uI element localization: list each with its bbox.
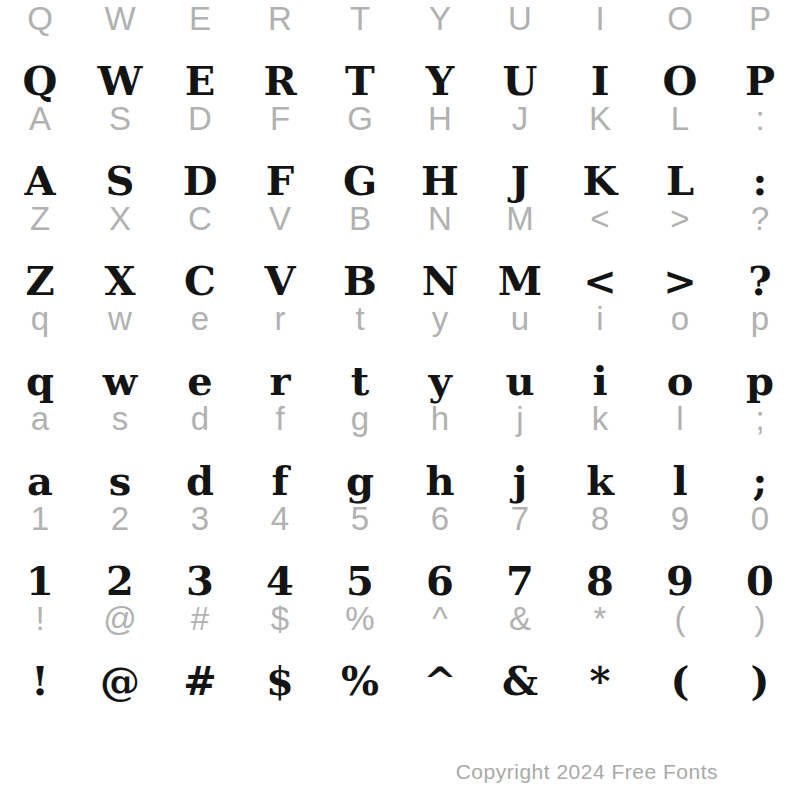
key-row-group-6: !@#$%^&*()!@#$%^&*() xyxy=(0,600,800,700)
reference-glyph-5-7: 8 xyxy=(560,502,640,536)
reference-glyph-0-5: Y xyxy=(400,2,480,36)
reference-glyph-1-9: : xyxy=(720,102,800,136)
specimen-row-2: ZXCVBNM<>? xyxy=(0,261,800,301)
reference-glyph-0-2: E xyxy=(160,2,240,36)
reference-row-4: asdfghjkl; xyxy=(0,402,800,436)
reference-glyph-0-1: W xyxy=(80,2,160,36)
reference-glyph-6-6: & xyxy=(480,602,560,636)
reference-glyph-2-8: > xyxy=(640,202,720,236)
reference-glyph-6-2: # xyxy=(160,602,240,636)
specimen-glyph-0-2: E xyxy=(160,61,240,101)
specimen-glyph-0-0: Q xyxy=(0,61,80,101)
specimen-glyph-0-8: O xyxy=(640,61,720,101)
reference-glyph-1-8: L xyxy=(640,102,720,136)
reference-glyph-0-7: I xyxy=(560,2,640,36)
specimen-glyph-6-3: $ xyxy=(240,661,320,701)
specimen-glyph-5-1: 2 xyxy=(80,561,160,601)
specimen-glyph-4-7: k xyxy=(560,461,640,501)
specimen-glyph-4-1: s xyxy=(80,461,160,501)
reference-glyph-1-5: H xyxy=(400,102,480,136)
specimen-glyph-4-4: g xyxy=(320,461,400,501)
reference-glyph-5-2: 3 xyxy=(160,502,240,536)
reference-glyph-0-4: T xyxy=(320,2,400,36)
reference-glyph-2-5: N xyxy=(400,202,480,236)
specimen-glyph-3-6: u xyxy=(480,361,560,401)
specimen-glyph-2-5: N xyxy=(400,261,480,301)
specimen-glyph-2-9: ? xyxy=(720,261,800,301)
reference-glyph-5-1: 2 xyxy=(80,502,160,536)
reference-glyph-6-3: $ xyxy=(240,602,320,636)
specimen-glyph-1-1: S xyxy=(80,161,160,201)
key-row-group-2: ZXCVBNM<>?ZXCVBNM<>? xyxy=(0,200,800,300)
specimen-glyph-1-9: : xyxy=(720,161,800,201)
specimen-glyph-1-3: F xyxy=(240,161,320,201)
reference-glyph-4-2: d xyxy=(160,402,240,436)
reference-glyph-1-2: D xyxy=(160,102,240,136)
specimen-glyph-6-5: ^ xyxy=(400,661,480,701)
character-map-grid: QWERTYUIOPQWERTYUIOPASDFGHJKL:ASDFGHJKL:… xyxy=(0,0,800,700)
reference-glyph-3-0: q xyxy=(0,302,80,336)
specimen-glyph-3-4: t xyxy=(320,361,400,401)
specimen-glyph-0-9: P xyxy=(720,61,800,101)
specimen-glyph-2-6: M xyxy=(480,261,560,301)
reference-glyph-1-3: F xyxy=(240,102,320,136)
specimen-glyph-3-5: y xyxy=(400,361,480,401)
specimen-glyph-4-8: l xyxy=(640,461,720,501)
specimen-glyph-5-0: 1 xyxy=(0,561,80,601)
specimen-glyph-0-6: U xyxy=(480,61,560,101)
specimen-glyph-5-6: 7 xyxy=(480,561,560,601)
reference-glyph-3-3: r xyxy=(240,302,320,336)
reference-glyph-5-9: 0 xyxy=(720,502,800,536)
specimen-glyph-6-7: * xyxy=(560,661,640,701)
reference-glyph-4-1: s xyxy=(80,402,160,436)
reference-glyph-5-6: 7 xyxy=(480,502,560,536)
reference-glyph-5-3: 4 xyxy=(240,502,320,536)
reference-glyph-6-7: * xyxy=(560,602,640,636)
reference-row-3: qwertyuiop xyxy=(0,302,800,336)
reference-glyph-3-7: i xyxy=(560,302,640,336)
specimen-glyph-2-2: C xyxy=(160,261,240,301)
font-specimen-page: QWERTYUIOPQWERTYUIOPASDFGHJKL:ASDFGHJKL:… xyxy=(0,0,800,800)
specimen-glyph-5-3: 4 xyxy=(240,561,320,601)
reference-row-6: !@#$%^&*() xyxy=(0,602,800,636)
reference-glyph-4-6: j xyxy=(480,402,560,436)
specimen-glyph-0-3: R xyxy=(240,61,320,101)
reference-glyph-0-3: R xyxy=(240,2,320,36)
reference-glyph-1-0: A xyxy=(0,102,80,136)
specimen-row-4: asdfghjkl; xyxy=(0,461,800,501)
reference-glyph-0-9: P xyxy=(720,2,800,36)
specimen-glyph-6-8: ( xyxy=(640,661,720,701)
reference-glyph-4-7: k xyxy=(560,402,640,436)
specimen-glyph-1-7: K xyxy=(560,161,640,201)
reference-glyph-3-9: p xyxy=(720,302,800,336)
reference-glyph-6-8: ( xyxy=(640,602,720,636)
reference-row-1: ASDFGHJKL: xyxy=(0,102,800,136)
reference-glyph-0-0: Q xyxy=(0,2,80,36)
reference-glyph-3-8: o xyxy=(640,302,720,336)
reference-glyph-2-2: C xyxy=(160,202,240,236)
specimen-glyph-1-5: H xyxy=(400,161,480,201)
specimen-glyph-1-4: G xyxy=(320,161,400,201)
reference-row-5: 1234567890 xyxy=(0,502,800,536)
specimen-glyph-3-1: w xyxy=(80,361,160,401)
specimen-glyph-4-6: j xyxy=(480,461,560,501)
reference-glyph-1-4: G xyxy=(320,102,400,136)
specimen-glyph-2-3: V xyxy=(240,261,320,301)
reference-glyph-2-0: Z xyxy=(0,202,80,236)
specimen-glyph-5-2: 3 xyxy=(160,561,240,601)
key-row-group-3: qwertyuiopqwertyuiop xyxy=(0,300,800,400)
specimen-glyph-0-5: Y xyxy=(400,61,480,101)
specimen-glyph-1-6: J xyxy=(480,161,560,201)
specimen-glyph-6-9: ) xyxy=(720,661,800,701)
specimen-glyph-3-9: p xyxy=(720,361,800,401)
reference-glyph-2-1: X xyxy=(80,202,160,236)
key-row-group-5: 12345678901234567890 xyxy=(0,500,800,600)
specimen-glyph-2-8: > xyxy=(640,261,720,301)
specimen-glyph-5-9: 0 xyxy=(720,561,800,601)
reference-glyph-6-1: @ xyxy=(80,602,160,636)
specimen-row-0: QWERTYUIOP xyxy=(0,61,800,101)
specimen-glyph-3-0: q xyxy=(0,361,80,401)
reference-glyph-1-1: S xyxy=(80,102,160,136)
specimen-glyph-0-1: W xyxy=(80,61,160,101)
specimen-glyph-6-1: @ xyxy=(80,661,160,701)
reference-glyph-4-3: f xyxy=(240,402,320,436)
specimen-glyph-5-5: 6 xyxy=(400,561,480,601)
reference-glyph-4-5: h xyxy=(400,402,480,436)
specimen-row-1: ASDFGHJKL: xyxy=(0,161,800,201)
reference-glyph-4-8: l xyxy=(640,402,720,436)
specimen-glyph-1-8: L xyxy=(640,161,720,201)
reference-glyph-3-2: e xyxy=(160,302,240,336)
specimen-glyph-1-2: D xyxy=(160,161,240,201)
specimen-glyph-6-6: & xyxy=(480,661,560,701)
reference-glyph-6-5: ^ xyxy=(400,602,480,636)
reference-glyph-5-0: 1 xyxy=(0,502,80,536)
specimen-glyph-2-0: Z xyxy=(0,261,80,301)
specimen-glyph-0-7: I xyxy=(560,61,640,101)
reference-glyph-2-3: V xyxy=(240,202,320,236)
specimen-glyph-5-4: 5 xyxy=(320,561,400,601)
specimen-glyph-6-4: % xyxy=(320,661,400,701)
specimen-glyph-4-5: h xyxy=(400,461,480,501)
reference-glyph-1-7: K xyxy=(560,102,640,136)
reference-glyph-5-4: 5 xyxy=(320,502,400,536)
specimen-row-6: !@#$%^&*() xyxy=(0,661,800,701)
reference-glyph-2-6: M xyxy=(480,202,560,236)
reference-glyph-0-6: U xyxy=(480,2,560,36)
specimen-glyph-4-0: a xyxy=(0,461,80,501)
reference-glyph-4-4: g xyxy=(320,402,400,436)
reference-glyph-2-7: < xyxy=(560,202,640,236)
reference-glyph-2-4: B xyxy=(320,202,400,236)
reference-glyph-3-6: u xyxy=(480,302,560,336)
specimen-glyph-3-7: i xyxy=(560,361,640,401)
specimen-glyph-2-1: X xyxy=(80,261,160,301)
specimen-glyph-3-2: e xyxy=(160,361,240,401)
specimen-glyph-4-9: ; xyxy=(720,461,800,501)
specimen-glyph-2-4: B xyxy=(320,261,400,301)
specimen-glyph-3-8: o xyxy=(640,361,720,401)
reference-glyph-4-0: a xyxy=(0,402,80,436)
specimen-glyph-5-7: 8 xyxy=(560,561,640,601)
reference-glyph-2-9: ? xyxy=(720,202,800,236)
key-row-group-4: asdfghjkl;asdfghjkl; xyxy=(0,400,800,500)
reference-glyph-6-9: ) xyxy=(720,602,800,636)
reference-glyph-5-5: 6 xyxy=(400,502,480,536)
specimen-glyph-3-3: r xyxy=(240,361,320,401)
reference-glyph-3-1: w xyxy=(80,302,160,336)
key-row-group-1: ASDFGHJKL:ASDFGHJKL: xyxy=(0,100,800,200)
copyright-text: Copyright 2024 Free Fonts xyxy=(456,759,718,785)
reference-glyph-6-0: ! xyxy=(0,602,80,636)
reference-row-0: QWERTYUIOP xyxy=(0,2,800,36)
specimen-glyph-4-3: f xyxy=(240,461,320,501)
reference-glyph-1-6: J xyxy=(480,102,560,136)
specimen-glyph-0-4: T xyxy=(320,61,400,101)
reference-row-2: ZXCVBNM<>? xyxy=(0,202,800,236)
reference-glyph-3-4: t xyxy=(320,302,400,336)
specimen-glyph-1-0: A xyxy=(0,161,80,201)
specimen-glyph-2-7: < xyxy=(560,261,640,301)
specimen-glyph-6-2: # xyxy=(160,661,240,701)
specimen-glyph-5-8: 9 xyxy=(640,561,720,601)
specimen-row-3: qwertyuiop xyxy=(0,361,800,401)
specimen-glyph-6-0: ! xyxy=(0,661,80,701)
reference-glyph-4-9: ; xyxy=(720,402,800,436)
specimen-row-5: 1234567890 xyxy=(0,561,800,601)
reference-glyph-6-4: % xyxy=(320,602,400,636)
reference-glyph-0-8: O xyxy=(640,2,720,36)
specimen-glyph-4-2: d xyxy=(160,461,240,501)
key-row-group-0: QWERTYUIOPQWERTYUIOP xyxy=(0,0,800,100)
reference-glyph-5-8: 9 xyxy=(640,502,720,536)
reference-glyph-3-5: y xyxy=(400,302,480,336)
